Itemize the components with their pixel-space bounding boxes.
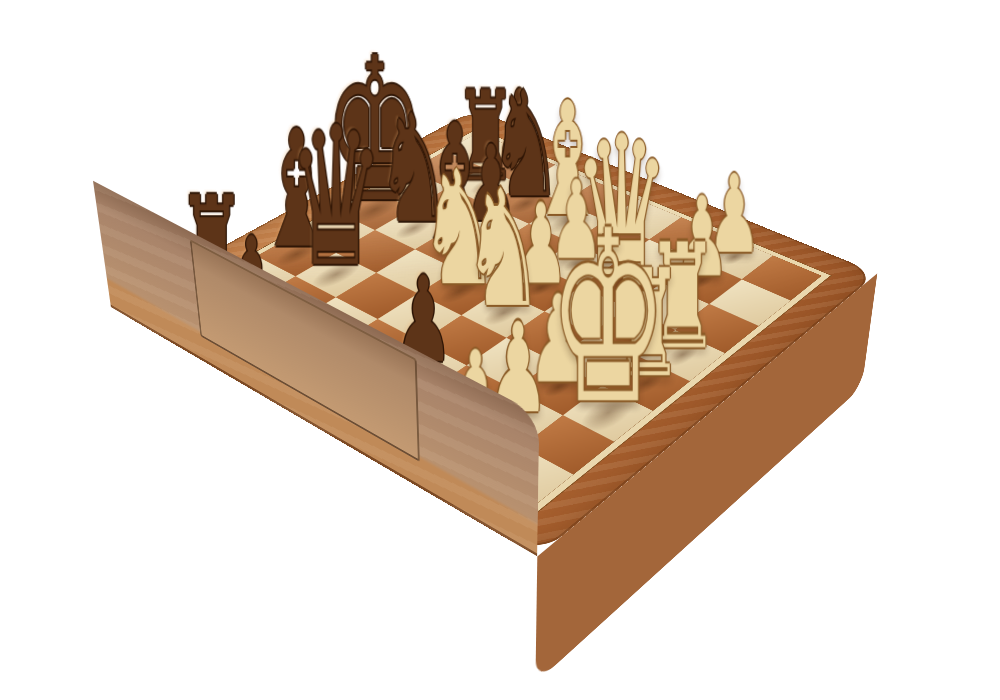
product-photo-scene: ♜♟♝♛♚♞♝♟♜♞♟♟♚♜♜♛♝♞♞♟♟♟♟♟♟♟ <box>0 0 1000 700</box>
chess-box: ♜♟♝♛♚♞♝♟♜♞♟♟♚♜♜♛♝♞♞♟♟♟♟♟♟♟ <box>111 109 878 556</box>
